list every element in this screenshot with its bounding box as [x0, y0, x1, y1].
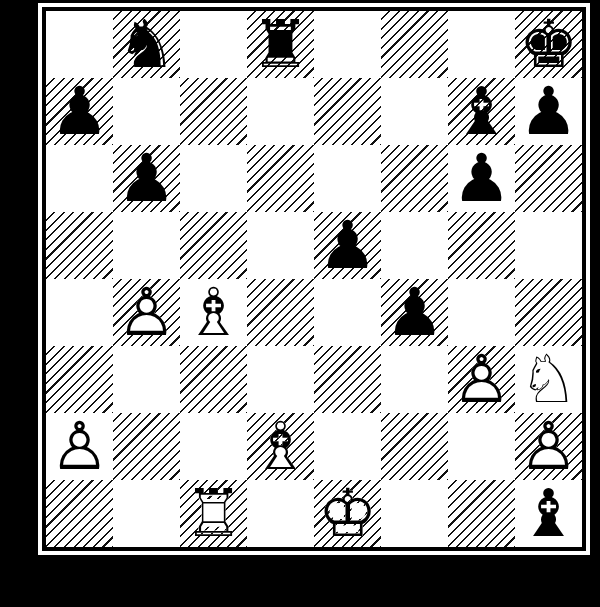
black-pawn-piece: ♟ [381, 279, 448, 346]
square-e6[interactable] [314, 145, 381, 212]
black-pawn-glyph: ♟ [314, 212, 381, 279]
square-a2[interactable]: ♟♙ [46, 413, 113, 480]
square-h8[interactable]: ♚ [515, 11, 582, 78]
black-rook-glyph: ♜ [247, 11, 314, 78]
square-d8[interactable]: ♜ [247, 11, 314, 78]
square-h5[interactable] [515, 212, 582, 279]
square-g5[interactable] [448, 212, 515, 279]
square-c2[interactable] [180, 413, 247, 480]
square-g4[interactable] [448, 279, 515, 346]
black-king-piece: ♚ [515, 11, 582, 78]
white-rook-glyph: ♖ [180, 480, 247, 547]
square-f7[interactable] [381, 78, 448, 145]
square-c4[interactable]: ♝♗ [180, 279, 247, 346]
white-bishop-glyph: ♗ [247, 413, 314, 480]
square-g1[interactable] [448, 480, 515, 547]
square-a1[interactable] [46, 480, 113, 547]
square-c1[interactable]: ♜♖ [180, 480, 247, 547]
square-f6[interactable] [381, 145, 448, 212]
square-c6[interactable] [180, 145, 247, 212]
square-g3[interactable]: ♟♙ [448, 346, 515, 413]
square-h3[interactable]: ♞♘ [515, 346, 582, 413]
white-pawn-piece: ♟♙ [113, 279, 180, 346]
square-f5[interactable] [381, 212, 448, 279]
black-king-glyph: ♚ [515, 11, 582, 78]
white-knight-glyph: ♘ [515, 346, 582, 413]
square-b4[interactable]: ♟♙ [113, 279, 180, 346]
square-h1[interactable]: ♝ [515, 480, 582, 547]
square-g6[interactable]: ♟ [448, 145, 515, 212]
white-pawn-piece: ♟♙ [515, 413, 582, 480]
square-h4[interactable] [515, 279, 582, 346]
square-b5[interactable] [113, 212, 180, 279]
black-bishop-piece: ♝ [448, 78, 515, 145]
square-e3[interactable] [314, 346, 381, 413]
board-frame: ♞♜♚♟♝♟♟♟♟♟♙♝♗♟♟♙♞♘♟♙♝♗♟♙♜♖♚♔♝ [42, 7, 586, 551]
square-d1[interactable] [247, 480, 314, 547]
white-king-piece: ♚♔ [314, 480, 381, 547]
square-e1[interactable]: ♚♔ [314, 480, 381, 547]
square-a5[interactable] [46, 212, 113, 279]
square-g7[interactable]: ♝ [448, 78, 515, 145]
square-c5[interactable] [180, 212, 247, 279]
square-h2[interactable]: ♟♙ [515, 413, 582, 480]
square-g8[interactable] [448, 11, 515, 78]
chess-board: ♞♜♚♟♝♟♟♟♟♟♙♝♗♟♟♙♞♘♟♙♝♗♟♙♜♖♚♔♝ [46, 11, 582, 547]
square-e2[interactable] [314, 413, 381, 480]
black-pawn-piece: ♟ [314, 212, 381, 279]
square-d4[interactable] [247, 279, 314, 346]
black-bishop-glyph: ♝ [515, 480, 582, 547]
square-b1[interactable] [113, 480, 180, 547]
square-a8[interactable] [46, 11, 113, 78]
white-pawn-piece: ♟♙ [448, 346, 515, 413]
square-b7[interactable] [113, 78, 180, 145]
white-bishop-piece: ♝♗ [247, 413, 314, 480]
square-e8[interactable] [314, 11, 381, 78]
white-rook-piece: ♜♖ [180, 480, 247, 547]
square-f4[interactable]: ♟ [381, 279, 448, 346]
square-d2[interactable]: ♝♗ [247, 413, 314, 480]
white-pawn-glyph: ♙ [113, 279, 180, 346]
square-a6[interactable] [46, 145, 113, 212]
square-c8[interactable] [180, 11, 247, 78]
white-pawn-piece: ♟♙ [46, 413, 113, 480]
black-pawn-glyph: ♟ [381, 279, 448, 346]
square-d7[interactable] [247, 78, 314, 145]
white-bishop-glyph: ♗ [180, 279, 247, 346]
square-f3[interactable] [381, 346, 448, 413]
white-bishop-piece: ♝♗ [180, 279, 247, 346]
black-pawn-glyph: ♟ [448, 145, 515, 212]
square-g2[interactable] [448, 413, 515, 480]
square-e7[interactable] [314, 78, 381, 145]
square-c3[interactable] [180, 346, 247, 413]
black-pawn-glyph: ♟ [46, 78, 113, 145]
square-h7[interactable]: ♟ [515, 78, 582, 145]
white-king-glyph: ♔ [314, 480, 381, 547]
square-h6[interactable] [515, 145, 582, 212]
square-c7[interactable] [180, 78, 247, 145]
black-rook-piece: ♜ [247, 11, 314, 78]
black-pawn-piece: ♟ [448, 145, 515, 212]
square-f1[interactable] [381, 480, 448, 547]
square-b3[interactable] [113, 346, 180, 413]
square-d3[interactable] [247, 346, 314, 413]
square-e5[interactable]: ♟ [314, 212, 381, 279]
black-knight-piece: ♞ [113, 11, 180, 78]
square-f8[interactable] [381, 11, 448, 78]
black-pawn-piece: ♟ [46, 78, 113, 145]
black-pawn-piece: ♟ [515, 78, 582, 145]
square-b6[interactable]: ♟ [113, 145, 180, 212]
white-knight-piece: ♞♘ [515, 346, 582, 413]
square-a7[interactable]: ♟ [46, 78, 113, 145]
black-knight-glyph: ♞ [113, 11, 180, 78]
white-pawn-glyph: ♙ [46, 413, 113, 480]
white-pawn-glyph: ♙ [448, 346, 515, 413]
black-bishop-glyph: ♝ [448, 78, 515, 145]
square-f2[interactable] [381, 413, 448, 480]
square-b2[interactable] [113, 413, 180, 480]
square-a4[interactable] [46, 279, 113, 346]
black-bishop-piece: ♝ [515, 480, 582, 547]
square-d6[interactable] [247, 145, 314, 212]
black-pawn-piece: ♟ [113, 145, 180, 212]
white-pawn-glyph: ♙ [515, 413, 582, 480]
square-e4[interactable] [314, 279, 381, 346]
square-a3[interactable] [46, 346, 113, 413]
square-d5[interactable] [247, 212, 314, 279]
black-pawn-glyph: ♟ [515, 78, 582, 145]
black-pawn-glyph: ♟ [113, 145, 180, 212]
square-b8[interactable]: ♞ [113, 11, 180, 78]
chess-board-panel: ♞♜♚♟♝♟♟♟♟♟♙♝♗♟♟♙♞♘♟♙♝♗♟♙♜♖♚♔♝ [38, 3, 590, 555]
